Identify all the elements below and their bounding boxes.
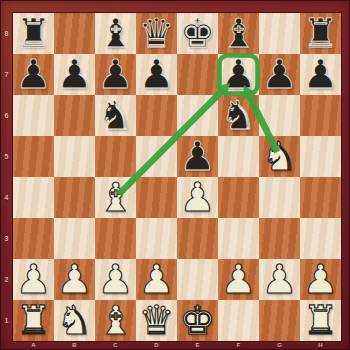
white-queen: ♛: [139, 300, 175, 341]
square-f7[interactable]: ♟: [218, 54, 259, 95]
square-b1[interactable]: ♞: [54, 300, 95, 341]
square-b6[interactable]: [54, 95, 95, 136]
square-d4[interactable]: [136, 177, 177, 218]
square-g7[interactable]: ♟: [259, 54, 300, 95]
board-frame: 87654321 ABCDEFGH ♜♝♛♚♝♜♟♟♟♟♟♟♟♞♞♟♞♝♟♟♟♟…: [0, 0, 350, 350]
square-a7[interactable]: ♟: [13, 54, 54, 95]
file-label-f: F: [218, 341, 259, 350]
black-pawn: ♟: [262, 54, 298, 95]
square-e6[interactable]: [177, 95, 218, 136]
black-bishop: ♝: [221, 13, 257, 54]
black-knight: ♞: [221, 95, 257, 136]
square-b2[interactable]: ♟: [54, 259, 95, 300]
square-d5[interactable]: [136, 136, 177, 177]
white-knight: ♞: [262, 136, 298, 177]
black-pawn: ♟: [221, 54, 257, 95]
square-c6[interactable]: ♞: [95, 95, 136, 136]
square-a8[interactable]: ♜: [13, 13, 54, 54]
black-pawn: ♟: [139, 54, 175, 95]
white-king: ♚: [180, 300, 216, 341]
square-d2[interactable]: ♟: [136, 259, 177, 300]
square-c5[interactable]: [95, 136, 136, 177]
black-bishop: ♝: [98, 13, 134, 54]
square-f4[interactable]: [218, 177, 259, 218]
chess-board: ♜♝♛♚♝♜♟♟♟♟♟♟♟♞♞♟♞♝♟♟♟♟♟♟♟♟♜♞♝♛♚♜: [13, 13, 341, 341]
square-g5[interactable]: ♞: [259, 136, 300, 177]
white-knight: ♞: [57, 300, 93, 341]
square-h5[interactable]: [300, 136, 341, 177]
white-pawn: ♟: [98, 259, 134, 300]
square-a1[interactable]: ♜: [13, 300, 54, 341]
black-rook: ♜: [16, 13, 52, 54]
square-h8[interactable]: ♜: [300, 13, 341, 54]
square-g3[interactable]: [259, 218, 300, 259]
rank-label-7: 7: [0, 54, 13, 95]
square-f8[interactable]: ♝: [218, 13, 259, 54]
white-bishop: ♝: [98, 300, 134, 341]
square-e5[interactable]: ♟: [177, 136, 218, 177]
black-knight: ♞: [98, 95, 134, 136]
square-h6[interactable]: [300, 95, 341, 136]
square-b5[interactable]: [54, 136, 95, 177]
square-a2[interactable]: ♟: [13, 259, 54, 300]
square-f6[interactable]: ♞: [218, 95, 259, 136]
square-e8[interactable]: ♚: [177, 13, 218, 54]
square-a3[interactable]: [13, 218, 54, 259]
white-pawn: ♟: [262, 259, 298, 300]
white-pawn: ♟: [221, 259, 257, 300]
square-c1[interactable]: ♝: [95, 300, 136, 341]
square-f2[interactable]: ♟: [218, 259, 259, 300]
square-b3[interactable]: [54, 218, 95, 259]
square-d1[interactable]: ♛: [136, 300, 177, 341]
rank-label-2: 2: [0, 259, 13, 300]
square-g6[interactable]: [259, 95, 300, 136]
white-bishop: ♝: [98, 177, 134, 218]
black-pawn: ♟: [16, 54, 52, 95]
rank-labels: 87654321: [0, 13, 13, 341]
square-d8[interactable]: ♛: [136, 13, 177, 54]
black-pawn: ♟: [303, 54, 339, 95]
rank-label-4: 4: [0, 177, 13, 218]
square-h1[interactable]: ♜: [300, 300, 341, 341]
square-c8[interactable]: ♝: [95, 13, 136, 54]
white-pawn: ♟: [139, 259, 175, 300]
square-h4[interactable]: [300, 177, 341, 218]
rank-label-6: 6: [0, 95, 13, 136]
square-b7[interactable]: ♟: [54, 54, 95, 95]
square-g4[interactable]: [259, 177, 300, 218]
file-label-g: G: [259, 341, 300, 350]
rank-label-5: 5: [0, 136, 13, 177]
square-f3[interactable]: [218, 218, 259, 259]
rank-label-1: 1: [0, 300, 13, 341]
black-rook: ♜: [303, 13, 339, 54]
black-pawn: ♟: [98, 54, 134, 95]
square-f1[interactable]: [218, 300, 259, 341]
white-rook: ♜: [303, 300, 339, 341]
square-e2[interactable]: [177, 259, 218, 300]
square-g1[interactable]: [259, 300, 300, 341]
square-g8[interactable]: [259, 13, 300, 54]
square-e3[interactable]: [177, 218, 218, 259]
square-b4[interactable]: [54, 177, 95, 218]
black-pawn: ♟: [180, 136, 216, 177]
white-pawn: ♟: [303, 259, 339, 300]
square-d7[interactable]: ♟: [136, 54, 177, 95]
square-d6[interactable]: [136, 95, 177, 136]
square-e1[interactable]: ♚: [177, 300, 218, 341]
white-pawn: ♟: [57, 259, 93, 300]
black-queen: ♛: [139, 13, 175, 54]
rank-label-8: 8: [0, 13, 13, 54]
square-c4[interactable]: ♝: [95, 177, 136, 218]
square-f5[interactable]: [218, 136, 259, 177]
square-b8[interactable]: [54, 13, 95, 54]
square-h3[interactable]: [300, 218, 341, 259]
white-pawn: ♟: [180, 177, 216, 218]
rank-label-3: 3: [0, 218, 13, 259]
square-c7[interactable]: ♟: [95, 54, 136, 95]
square-c2[interactable]: ♟: [95, 259, 136, 300]
black-pawn: ♟: [57, 54, 93, 95]
square-h2[interactable]: ♟: [300, 259, 341, 300]
square-g2[interactable]: ♟: [259, 259, 300, 300]
square-a6[interactable]: [13, 95, 54, 136]
square-d3[interactable]: [136, 218, 177, 259]
square-e4[interactable]: ♟: [177, 177, 218, 218]
white-rook: ♜: [16, 300, 52, 341]
square-a4[interactable]: [13, 177, 54, 218]
square-a5[interactable]: [13, 136, 54, 177]
black-king: ♚: [180, 13, 216, 54]
square-c3[interactable]: [95, 218, 136, 259]
white-pawn: ♟: [16, 259, 52, 300]
square-e7[interactable]: [177, 54, 218, 95]
square-h7[interactable]: ♟: [300, 54, 341, 95]
